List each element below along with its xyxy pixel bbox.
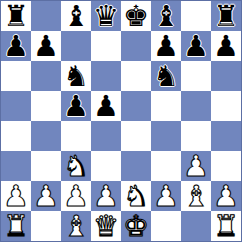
- square-h2[interactable]: ♟: [211, 181, 241, 211]
- square-d1[interactable]: ♛: [91, 211, 121, 241]
- square-c4[interactable]: [61, 121, 91, 151]
- black-pawn[interactable]: ♟: [63, 91, 89, 121]
- square-d6[interactable]: [91, 61, 121, 91]
- square-e8[interactable]: ♚: [121, 1, 151, 31]
- square-h1[interactable]: ♜: [211, 211, 241, 241]
- square-g1[interactable]: [181, 211, 211, 241]
- white-pawn[interactable]: ♟: [93, 181, 119, 211]
- black-knight[interactable]: ♞: [63, 61, 89, 91]
- white-pawn[interactable]: ♟: [213, 181, 239, 211]
- square-b2[interactable]: ♟: [31, 181, 61, 211]
- square-a8[interactable]: ♜: [1, 1, 31, 31]
- black-pawn[interactable]: ♟: [213, 31, 239, 61]
- square-a5[interactable]: [1, 91, 31, 121]
- square-e4[interactable]: [121, 121, 151, 151]
- square-c7[interactable]: [61, 31, 91, 61]
- black-pawn[interactable]: ♟: [33, 31, 59, 61]
- square-e7[interactable]: [121, 31, 151, 61]
- white-pawn[interactable]: ♟: [3, 181, 29, 211]
- black-rook[interactable]: ♜: [213, 1, 239, 31]
- square-f3[interactable]: [151, 151, 181, 181]
- white-bishop[interactable]: ♝: [63, 211, 89, 241]
- black-pawn[interactable]: ♟: [93, 91, 119, 121]
- square-b8[interactable]: [31, 1, 61, 31]
- square-b6[interactable]: [31, 61, 61, 91]
- square-e6[interactable]: [121, 61, 151, 91]
- white-pawn[interactable]: ♟: [153, 181, 179, 211]
- square-a7[interactable]: ♟: [1, 31, 31, 61]
- black-knight[interactable]: ♞: [153, 61, 179, 91]
- square-f4[interactable]: [151, 121, 181, 151]
- square-g6[interactable]: [181, 61, 211, 91]
- square-d2[interactable]: ♟: [91, 181, 121, 211]
- square-d5[interactable]: ♟: [91, 91, 121, 121]
- square-f7[interactable]: ♟: [151, 31, 181, 61]
- square-a1[interactable]: ♜: [1, 211, 31, 241]
- square-g7[interactable]: ♟: [181, 31, 211, 61]
- square-f5[interactable]: [151, 91, 181, 121]
- black-bishop[interactable]: ♝: [63, 1, 89, 31]
- white-pawn[interactable]: ♟: [183, 151, 209, 181]
- chess-board: ♜♝♛♚♝♜♟♟♟♟♟♞♞♟♟♞♟♟♟♟♟♞♟♝♟♜♝♛♚♜: [0, 0, 242, 242]
- black-pawn[interactable]: ♟: [153, 31, 179, 61]
- white-rook[interactable]: ♜: [213, 211, 239, 241]
- white-king[interactable]: ♚: [123, 211, 149, 241]
- square-a2[interactable]: ♟: [1, 181, 31, 211]
- square-c8[interactable]: ♝: [61, 1, 91, 31]
- square-c3[interactable]: ♞: [61, 151, 91, 181]
- white-rook[interactable]: ♜: [3, 211, 29, 241]
- square-g4[interactable]: [181, 121, 211, 151]
- square-b3[interactable]: [31, 151, 61, 181]
- square-b4[interactable]: [31, 121, 61, 151]
- square-d4[interactable]: [91, 121, 121, 151]
- square-a6[interactable]: [1, 61, 31, 91]
- square-a3[interactable]: [1, 151, 31, 181]
- black-rook[interactable]: ♜: [3, 1, 29, 31]
- square-f6[interactable]: ♞: [151, 61, 181, 91]
- square-e1[interactable]: ♚: [121, 211, 151, 241]
- square-d8[interactable]: ♛: [91, 1, 121, 31]
- white-bishop[interactable]: ♝: [183, 181, 209, 211]
- square-h5[interactable]: [211, 91, 241, 121]
- square-b5[interactable]: [31, 91, 61, 121]
- square-f2[interactable]: ♟: [151, 181, 181, 211]
- black-bishop[interactable]: ♝: [153, 1, 179, 31]
- square-f1[interactable]: [151, 211, 181, 241]
- square-g3[interactable]: ♟: [181, 151, 211, 181]
- white-pawn[interactable]: ♟: [33, 181, 59, 211]
- square-g5[interactable]: [181, 91, 211, 121]
- square-d3[interactable]: [91, 151, 121, 181]
- square-h7[interactable]: ♟: [211, 31, 241, 61]
- square-h6[interactable]: [211, 61, 241, 91]
- white-pawn[interactable]: ♟: [63, 181, 89, 211]
- square-h8[interactable]: ♜: [211, 1, 241, 31]
- square-a4[interactable]: [1, 121, 31, 151]
- white-knight[interactable]: ♞: [123, 181, 149, 211]
- white-knight[interactable]: ♞: [63, 151, 89, 181]
- square-c5[interactable]: ♟: [61, 91, 91, 121]
- square-b7[interactable]: ♟: [31, 31, 61, 61]
- square-c6[interactable]: ♞: [61, 61, 91, 91]
- square-g8[interactable]: [181, 1, 211, 31]
- square-e3[interactable]: [121, 151, 151, 181]
- black-pawn[interactable]: ♟: [183, 31, 209, 61]
- square-e5[interactable]: [121, 91, 151, 121]
- square-c1[interactable]: ♝: [61, 211, 91, 241]
- square-c2[interactable]: ♟: [61, 181, 91, 211]
- black-pawn[interactable]: ♟: [3, 31, 29, 61]
- black-king[interactable]: ♚: [123, 1, 149, 31]
- black-queen[interactable]: ♛: [93, 1, 119, 31]
- square-h3[interactable]: [211, 151, 241, 181]
- square-h4[interactable]: [211, 121, 241, 151]
- white-queen[interactable]: ♛: [93, 211, 119, 241]
- square-b1[interactable]: [31, 211, 61, 241]
- square-g2[interactable]: ♝: [181, 181, 211, 211]
- square-d7[interactable]: [91, 31, 121, 61]
- square-f8[interactable]: ♝: [151, 1, 181, 31]
- square-e2[interactable]: ♞: [121, 181, 151, 211]
